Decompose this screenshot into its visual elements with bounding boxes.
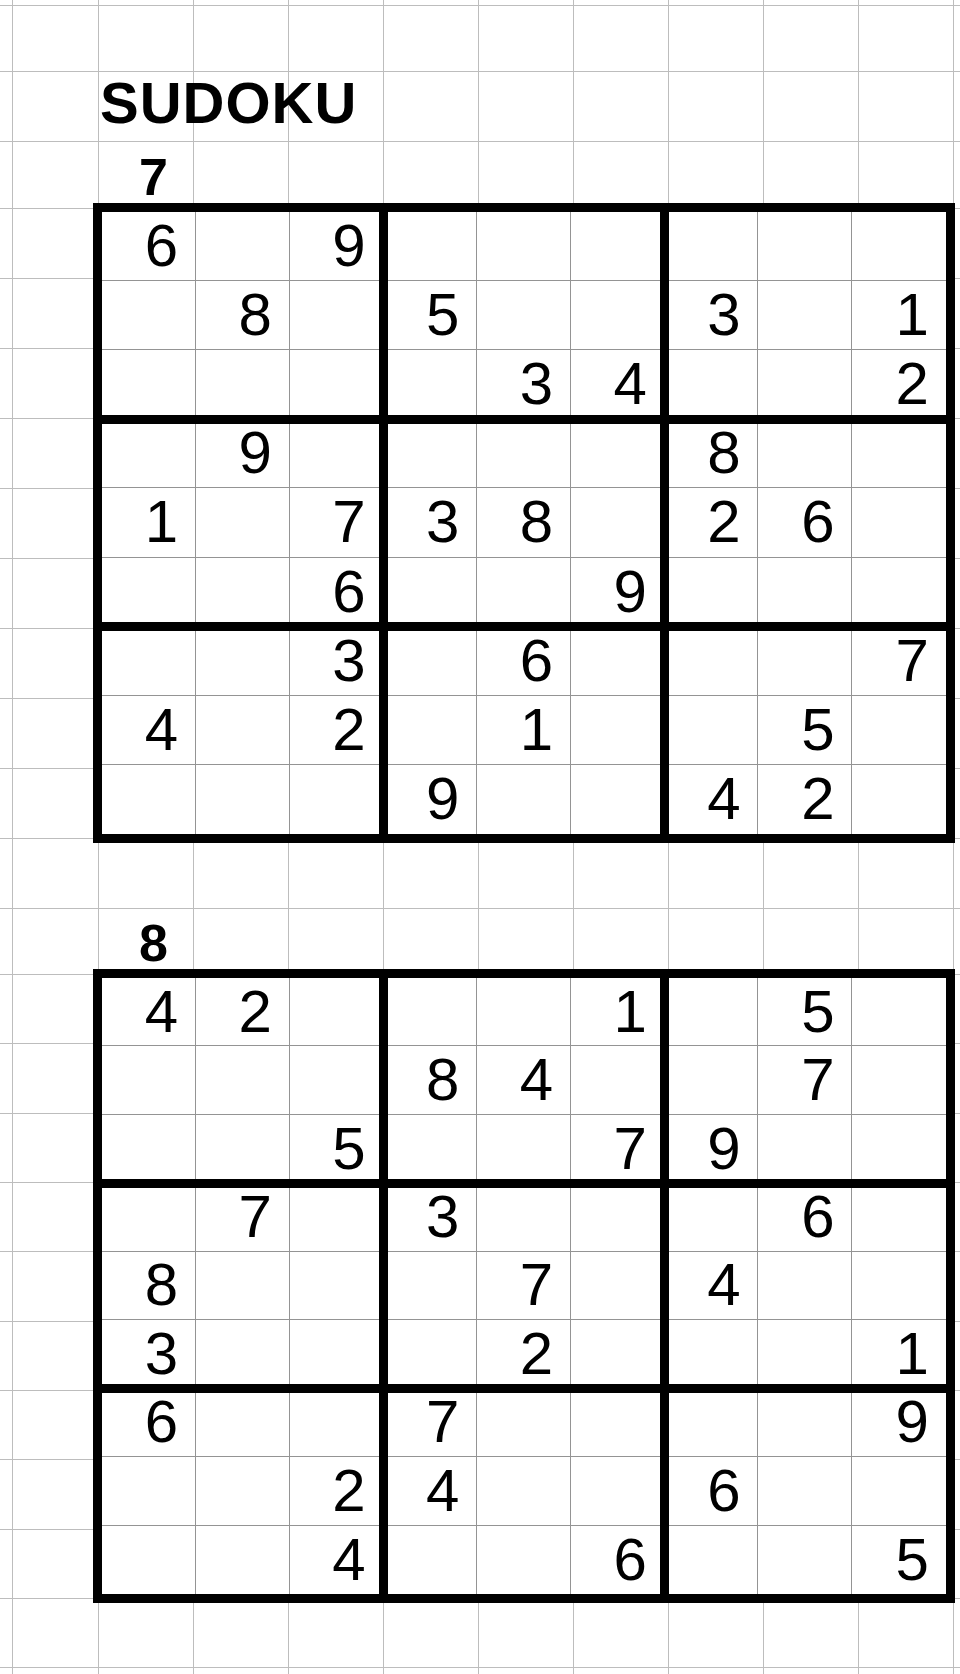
cell-r9c8 — [758, 1526, 852, 1594]
cell-r5c4 — [383, 1252, 477, 1320]
puzzle-8-label: 8 — [139, 917, 168, 969]
cell-r5c3: 7 — [290, 488, 384, 557]
cell-r8c6 — [571, 696, 665, 765]
cell-r4c1 — [102, 419, 196, 488]
cell-r9c4 — [383, 1526, 477, 1594]
cell-r3c2 — [196, 350, 290, 419]
cell-r1c4 — [383, 978, 477, 1046]
cell-r7c1: 6 — [102, 1389, 196, 1457]
cell-r4c8: 6 — [758, 1183, 852, 1251]
cell-r6c5 — [477, 558, 571, 627]
cell-r7c4: 7 — [383, 1389, 477, 1457]
cell-r7c4 — [383, 627, 477, 696]
cell-r4c5 — [477, 1183, 571, 1251]
given-digit: 9 — [426, 769, 459, 829]
cell-r3c8 — [758, 350, 852, 419]
box-divider-horizontal — [379, 212, 388, 834]
given-digit: 9 — [238, 423, 271, 483]
given-digit: 4 — [332, 1530, 365, 1590]
cell-r7c5 — [477, 1389, 571, 1457]
cell-r2c8 — [758, 281, 852, 350]
box-divider-horizontal — [660, 978, 669, 1594]
cell-r2c1 — [102, 281, 196, 350]
cell-r3c2 — [196, 1115, 290, 1183]
given-digit: 7 — [426, 1392, 459, 1452]
given-digit: 2 — [895, 354, 928, 414]
given-digit: 5 — [426, 285, 459, 345]
page-title: SUDOKU — [100, 74, 357, 132]
given-digit: 3 — [332, 631, 365, 691]
cell-r3c6: 4 — [571, 350, 665, 419]
cell-r1c7 — [665, 978, 759, 1046]
cell-r5c2 — [196, 1252, 290, 1320]
cell-r5c1: 1 — [102, 488, 196, 557]
cell-r8c1 — [102, 1457, 196, 1525]
given-digit: 4 — [145, 982, 178, 1042]
spreadsheet-row-line — [0, 908, 960, 909]
given-digit: 8 — [238, 285, 271, 345]
given-digit: 8 — [520, 492, 553, 552]
cell-r5c2 — [196, 488, 290, 557]
cell-r1c6: 1 — [571, 978, 665, 1046]
cell-r9c7 — [665, 1526, 759, 1594]
cell-r4c7: 8 — [665, 419, 759, 488]
cell-r1c5 — [477, 212, 571, 281]
cell-r6c8 — [758, 1320, 852, 1388]
cell-r6c9: 1 — [852, 1320, 946, 1388]
cell-r8c2 — [196, 1457, 290, 1525]
cell-r6c4 — [383, 1320, 477, 1388]
cell-r7c1 — [102, 627, 196, 696]
given-digit: 3 — [145, 1324, 178, 1384]
cell-r3c7: 9 — [665, 1115, 759, 1183]
given-digit: 5 — [801, 700, 834, 760]
cell-r8c3: 2 — [290, 1457, 384, 1525]
given-digit: 4 — [614, 354, 647, 414]
cell-r7c2 — [196, 1389, 290, 1457]
cell-r3c9 — [852, 1115, 946, 1183]
cell-r1c4 — [383, 212, 477, 281]
given-digit: 7 — [238, 1187, 271, 1247]
cell-r2c1 — [102, 1046, 196, 1114]
cell-r2c2 — [196, 1046, 290, 1114]
cell-r4c3 — [290, 1183, 384, 1251]
cell-r5c9 — [852, 488, 946, 557]
given-digit: 5 — [895, 1530, 928, 1590]
cell-r2c5: 4 — [477, 1046, 571, 1114]
cell-r1c7 — [665, 212, 759, 281]
cell-r7c2 — [196, 627, 290, 696]
cell-r9c2 — [196, 765, 290, 834]
cell-r6c4 — [383, 558, 477, 627]
cell-r2c4: 5 — [383, 281, 477, 350]
cell-r3c1 — [102, 350, 196, 419]
cell-r3c8 — [758, 1115, 852, 1183]
cell-r2c7 — [665, 1046, 759, 1114]
cell-r3c9: 2 — [852, 350, 946, 419]
cell-r7c7 — [665, 627, 759, 696]
cell-r6c5: 2 — [477, 1320, 571, 1388]
given-digit: 4 — [707, 769, 740, 829]
cell-r7c6 — [571, 1389, 665, 1457]
cell-r8c8: 5 — [758, 696, 852, 765]
cell-r6c3 — [290, 1320, 384, 1388]
cell-r7c5: 6 — [477, 627, 571, 696]
cell-r9c8: 2 — [758, 765, 852, 834]
cell-r6c3: 6 — [290, 558, 384, 627]
cell-r8c5: 1 — [477, 696, 571, 765]
cell-r8c1: 4 — [102, 696, 196, 765]
cell-r1c6 — [571, 212, 665, 281]
cell-r1c2: 2 — [196, 978, 290, 1046]
given-digit: 6 — [145, 1392, 178, 1452]
cell-r4c2: 7 — [196, 1183, 290, 1251]
given-digit: 7 — [520, 1255, 553, 1315]
cell-r7c8 — [758, 1389, 852, 1457]
box-divider-horizontal — [660, 212, 669, 834]
cell-r4c6 — [571, 1183, 665, 1251]
cell-r9c7: 4 — [665, 765, 759, 834]
cell-r3c4 — [383, 1115, 477, 1183]
cell-r8c7 — [665, 696, 759, 765]
cell-r3c3 — [290, 350, 384, 419]
given-digit: 1 — [520, 700, 553, 760]
cell-r6c8 — [758, 558, 852, 627]
cell-r8c9 — [852, 696, 946, 765]
given-digit: 3 — [707, 285, 740, 345]
given-digit: 2 — [332, 700, 365, 760]
cell-r6c2 — [196, 558, 290, 627]
given-digit: 2 — [801, 769, 834, 829]
cell-r4c4 — [383, 419, 477, 488]
cell-r1c1: 4 — [102, 978, 196, 1046]
cell-r8c4 — [383, 696, 477, 765]
given-digit: 6 — [801, 1187, 834, 1247]
cell-r7c9: 7 — [852, 627, 946, 696]
cell-r1c9 — [852, 978, 946, 1046]
given-digit: 4 — [426, 1461, 459, 1521]
given-digit: 1 — [895, 285, 928, 345]
cell-r5c7: 4 — [665, 1252, 759, 1320]
cell-r2c3 — [290, 281, 384, 350]
cell-r6c1 — [102, 558, 196, 627]
cell-r7c7 — [665, 1389, 759, 1457]
cell-r2c8: 7 — [758, 1046, 852, 1114]
cell-r5c3 — [290, 1252, 384, 1320]
cell-r9c9: 5 — [852, 1526, 946, 1594]
cell-r6c9 — [852, 558, 946, 627]
given-digit: 1 — [614, 982, 647, 1042]
cell-r4c2: 9 — [196, 419, 290, 488]
cell-r9c3: 4 — [290, 1526, 384, 1594]
given-digit: 5 — [332, 1119, 365, 1179]
cell-r6c7 — [665, 1320, 759, 1388]
given-digit: 1 — [145, 492, 178, 552]
cell-r4c9 — [852, 1183, 946, 1251]
given-digit: 6 — [614, 1530, 647, 1590]
cell-r1c3 — [290, 978, 384, 1046]
cell-r9c5 — [477, 1526, 571, 1594]
given-digit: 9 — [332, 216, 365, 276]
given-digit: 4 — [145, 700, 178, 760]
given-digit: 6 — [801, 492, 834, 552]
cell-r6c1: 3 — [102, 1320, 196, 1388]
given-digit: 8 — [145, 1255, 178, 1315]
cell-r3c1 — [102, 1115, 196, 1183]
given-digit: 7 — [614, 1119, 647, 1179]
cell-r3c3: 5 — [290, 1115, 384, 1183]
cell-r2c9 — [852, 1046, 946, 1114]
cell-r3c4 — [383, 350, 477, 419]
cell-r9c6: 6 — [571, 1526, 665, 1594]
cell-r1c5 — [477, 978, 571, 1046]
cell-r8c9 — [852, 1457, 946, 1525]
cell-r9c1 — [102, 1526, 196, 1594]
given-digit: 4 — [707, 1255, 740, 1315]
cell-r7c9: 9 — [852, 1389, 946, 1457]
cell-r1c3: 9 — [290, 212, 384, 281]
spreadsheet-column-line — [12, 0, 13, 1674]
cell-r4c6 — [571, 419, 665, 488]
box-divider-horizontal — [102, 622, 946, 631]
cell-r9c4: 9 — [383, 765, 477, 834]
cell-r7c6 — [571, 627, 665, 696]
box-divider-horizontal — [102, 1179, 946, 1188]
cell-r3c6: 7 — [571, 1115, 665, 1183]
cell-r3c5: 3 — [477, 350, 571, 419]
cell-r2c7: 3 — [665, 281, 759, 350]
cell-r2c6 — [571, 281, 665, 350]
given-digit: 1 — [895, 1324, 928, 1384]
cell-r4c7 — [665, 1183, 759, 1251]
given-digit: 2 — [238, 982, 271, 1042]
cell-r1c2 — [196, 212, 290, 281]
cell-r9c3 — [290, 765, 384, 834]
cell-r3c7 — [665, 350, 759, 419]
cell-r5c8: 6 — [758, 488, 852, 557]
given-digit: 9 — [707, 1119, 740, 1179]
spreadsheet-row-line — [0, 5, 960, 6]
cell-r8c6 — [571, 1457, 665, 1525]
cell-r1c8 — [758, 212, 852, 281]
cell-r9c5 — [477, 765, 571, 834]
cell-r9c9 — [852, 765, 946, 834]
puzzle-7-label: 7 — [139, 151, 168, 203]
cell-r4c1 — [102, 1183, 196, 1251]
spreadsheet-row-line — [0, 141, 960, 142]
box-divider-horizontal — [102, 415, 946, 424]
spreadsheet-row-line — [0, 1667, 960, 1668]
cell-r8c4: 4 — [383, 1457, 477, 1525]
cell-r5c1: 8 — [102, 1252, 196, 1320]
cell-r4c9 — [852, 419, 946, 488]
cell-r2c3 — [290, 1046, 384, 1114]
cell-r5c8 — [758, 1252, 852, 1320]
given-digit: 6 — [145, 216, 178, 276]
cell-r5c4: 3 — [383, 488, 477, 557]
given-digit: 7 — [895, 631, 928, 691]
given-digit: 9 — [614, 562, 647, 622]
cell-r4c3 — [290, 419, 384, 488]
given-digit: 8 — [426, 1050, 459, 1110]
cell-r1c8: 5 — [758, 978, 852, 1046]
cell-r2c2: 8 — [196, 281, 290, 350]
given-digit: 3 — [426, 492, 459, 552]
cell-r8c2 — [196, 696, 290, 765]
cell-r6c6 — [571, 1320, 665, 1388]
cell-r6c6: 9 — [571, 558, 665, 627]
given-digit: 3 — [426, 1187, 459, 1247]
cell-r6c2 — [196, 1320, 290, 1388]
cell-r2c6 — [571, 1046, 665, 1114]
given-digit: 6 — [332, 562, 365, 622]
cell-r3c5 — [477, 1115, 571, 1183]
cell-r6c7 — [665, 558, 759, 627]
cell-r5c6 — [571, 488, 665, 557]
cell-r4c8 — [758, 419, 852, 488]
given-digit: 2 — [707, 492, 740, 552]
given-digit: 2 — [332, 1461, 365, 1521]
cell-r9c6 — [571, 765, 665, 834]
cell-r5c7: 2 — [665, 488, 759, 557]
printed-sudoku-sheet: SUDOKU 7 69853134298173826693674215942 8… — [0, 0, 960, 1674]
cell-r5c9 — [852, 1252, 946, 1320]
cell-r4c5 — [477, 419, 571, 488]
cell-r1c9 — [852, 212, 946, 281]
cell-r5c5: 7 — [477, 1252, 571, 1320]
cell-r9c1 — [102, 765, 196, 834]
given-digit: 7 — [801, 1050, 834, 1110]
cell-r7c3: 3 — [290, 627, 384, 696]
cell-r2c4: 8 — [383, 1046, 477, 1114]
cell-r1c1: 6 — [102, 212, 196, 281]
given-digit: 7 — [332, 492, 365, 552]
cell-r8c5 — [477, 1457, 571, 1525]
cell-r4c4: 3 — [383, 1183, 477, 1251]
given-digit: 9 — [895, 1392, 928, 1452]
given-digit: 4 — [520, 1050, 553, 1110]
cell-r8c8 — [758, 1457, 852, 1525]
box-divider-horizontal — [379, 978, 388, 1594]
given-digit: 6 — [707, 1461, 740, 1521]
given-digit: 2 — [520, 1324, 553, 1384]
given-digit: 5 — [801, 982, 834, 1042]
box-divider-horizontal — [102, 1384, 946, 1393]
cell-r5c5: 8 — [477, 488, 571, 557]
given-digit: 3 — [520, 354, 553, 414]
cell-r7c8 — [758, 627, 852, 696]
cell-r9c2 — [196, 1526, 290, 1594]
sudoku-board-7: 69853134298173826693674215942 — [93, 203, 955, 843]
given-digit: 6 — [520, 631, 553, 691]
cell-r8c7: 6 — [665, 1457, 759, 1525]
given-digit: 8 — [707, 423, 740, 483]
cell-r8c3: 2 — [290, 696, 384, 765]
cell-r7c3 — [290, 1389, 384, 1457]
sudoku-board-8: 4215847579736874321679246465 — [93, 969, 955, 1603]
cell-r2c9: 1 — [852, 281, 946, 350]
cell-r2c5 — [477, 281, 571, 350]
cell-r5c6 — [571, 1252, 665, 1320]
